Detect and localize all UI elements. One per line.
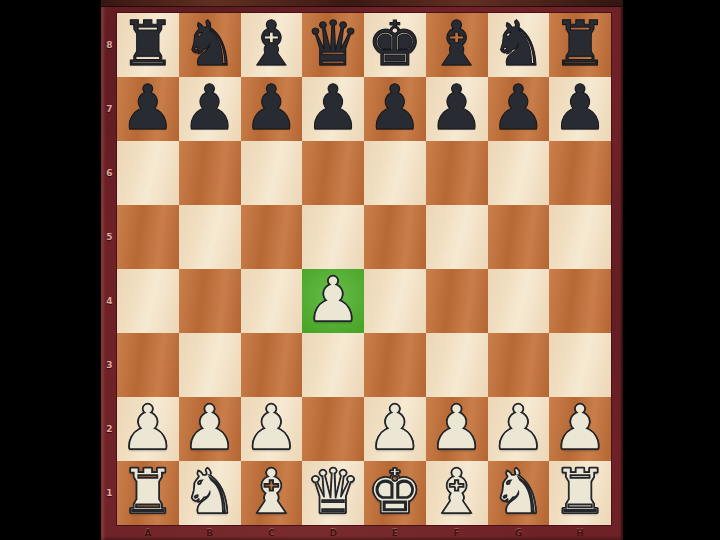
square-b8[interactable]: ♞: [179, 13, 241, 77]
square-c8[interactable]: ♝: [241, 13, 303, 77]
square-a6[interactable]: [117, 141, 179, 205]
square-g8[interactable]: ♞: [488, 13, 550, 77]
piece-white-knight-b1[interactable]: ♞: [182, 460, 238, 524]
square-d4[interactable]: ♟: [302, 269, 364, 333]
file-label-c: C: [241, 526, 303, 540]
piece-white-pawn-g2[interactable]: ♟: [491, 396, 547, 460]
screen-background: ♜♞♝♛♚♝♞♜♟♟♟♟♟♟♟♟♟♟♟♟♟♟♟♟♜♞♝♛♚♝♞♜ 8765432…: [0, 0, 720, 540]
square-b6[interactable]: [179, 141, 241, 205]
square-e6[interactable]: [364, 141, 426, 205]
square-c7[interactable]: ♟: [241, 77, 303, 141]
square-h5[interactable]: [549, 205, 611, 269]
square-a8[interactable]: ♜: [117, 13, 179, 77]
square-a5[interactable]: [117, 205, 179, 269]
rank-label-3: 3: [103, 333, 116, 397]
square-g1[interactable]: ♞: [488, 461, 550, 525]
square-b1[interactable]: ♞: [179, 461, 241, 525]
square-e7[interactable]: ♟: [364, 77, 426, 141]
file-labels: ABCDEFGH: [117, 526, 611, 540]
square-h8[interactable]: ♜: [549, 13, 611, 77]
square-h1[interactable]: ♜: [549, 461, 611, 525]
square-f3[interactable]: [426, 333, 488, 397]
piece-black-pawn-e7[interactable]: ♟: [367, 76, 423, 140]
square-g6[interactable]: [488, 141, 550, 205]
rank-label-8: 8: [103, 13, 116, 77]
square-e3[interactable]: [364, 333, 426, 397]
chess-board: ♜♞♝♛♚♝♞♜♟♟♟♟♟♟♟♟♟♟♟♟♟♟♟♟♜♞♝♛♚♝♞♜: [117, 13, 611, 525]
chess-board-frame: ♜♞♝♛♚♝♞♜♟♟♟♟♟♟♟♟♟♟♟♟♟♟♟♟♜♞♝♛♚♝♞♜ 8765432…: [101, 0, 623, 540]
piece-white-bishop-c1[interactable]: ♝: [244, 460, 300, 524]
square-c6[interactable]: [241, 141, 303, 205]
square-g4[interactable]: [488, 269, 550, 333]
piece-white-pawn-h2[interactable]: ♟: [552, 396, 608, 460]
piece-white-king-e1[interactable]: ♚: [367, 460, 423, 524]
piece-black-pawn-a7[interactable]: ♟: [120, 76, 176, 140]
rank-label-2: 2: [103, 397, 116, 461]
square-c3[interactable]: [241, 333, 303, 397]
square-b2[interactable]: ♟: [179, 397, 241, 461]
file-label-b: B: [179, 526, 241, 540]
piece-white-pawn-a2[interactable]: ♟: [120, 396, 176, 460]
square-a3[interactable]: [117, 333, 179, 397]
square-h3[interactable]: [549, 333, 611, 397]
square-d2[interactable]: [302, 397, 364, 461]
piece-black-bishop-c8[interactable]: ♝: [244, 12, 300, 76]
square-d7[interactable]: ♟: [302, 77, 364, 141]
square-d8[interactable]: ♛: [302, 13, 364, 77]
file-label-h: H: [549, 526, 611, 540]
rank-label-1: 1: [103, 461, 116, 525]
piece-white-rook-a1[interactable]: ♜: [120, 460, 176, 524]
rank-label-5: 5: [103, 205, 116, 269]
piece-white-pawn-b2[interactable]: ♟: [182, 396, 238, 460]
piece-black-rook-h8[interactable]: ♜: [552, 12, 608, 76]
square-c1[interactable]: ♝: [241, 461, 303, 525]
square-d1[interactable]: ♛: [302, 461, 364, 525]
file-label-a: A: [117, 526, 179, 540]
square-b5[interactable]: [179, 205, 241, 269]
piece-black-pawn-b7[interactable]: ♟: [182, 76, 238, 140]
square-e8[interactable]: ♚: [364, 13, 426, 77]
square-g5[interactable]: [488, 205, 550, 269]
square-e1[interactable]: ♚: [364, 461, 426, 525]
square-d3[interactable]: [302, 333, 364, 397]
square-d6[interactable]: [302, 141, 364, 205]
square-b3[interactable]: [179, 333, 241, 397]
piece-black-pawn-c7[interactable]: ♟: [244, 76, 300, 140]
square-f1[interactable]: ♝: [426, 461, 488, 525]
square-h2[interactable]: ♟: [549, 397, 611, 461]
square-c2[interactable]: ♟: [241, 397, 303, 461]
rank-label-4: 4: [103, 269, 116, 333]
piece-black-pawn-f7[interactable]: ♟: [429, 76, 485, 140]
piece-black-king-e8[interactable]: ♚: [367, 12, 423, 76]
piece-black-rook-a8[interactable]: ♜: [120, 12, 176, 76]
piece-black-bishop-f8[interactable]: ♝: [429, 12, 485, 76]
file-label-e: E: [364, 526, 426, 540]
piece-black-queen-d8[interactable]: ♛: [305, 12, 361, 76]
square-a1[interactable]: ♜: [117, 461, 179, 525]
square-f6[interactable]: [426, 141, 488, 205]
file-label-g: G: [488, 526, 550, 540]
piece-white-pawn-e2[interactable]: ♟: [367, 396, 423, 460]
square-g2[interactable]: ♟: [488, 397, 550, 461]
piece-white-pawn-f2[interactable]: ♟: [429, 396, 485, 460]
square-f4[interactable]: [426, 269, 488, 333]
square-a2[interactable]: ♟: [117, 397, 179, 461]
square-b4[interactable]: [179, 269, 241, 333]
square-d5[interactable]: [302, 205, 364, 269]
piece-white-bishop-f1[interactable]: ♝: [429, 460, 485, 524]
square-f7[interactable]: ♟: [426, 77, 488, 141]
square-g3[interactable]: [488, 333, 550, 397]
square-f8[interactable]: ♝: [426, 13, 488, 77]
file-label-f: F: [426, 526, 488, 540]
square-b7[interactable]: ♟: [179, 77, 241, 141]
square-a7[interactable]: ♟: [117, 77, 179, 141]
frame-top-strip: [101, 0, 623, 7]
piece-white-rook-h1[interactable]: ♜: [552, 460, 608, 524]
rank-label-6: 6: [103, 141, 116, 205]
piece-white-knight-g1[interactable]: ♞: [491, 460, 547, 524]
rank-labels: 87654321: [103, 13, 116, 525]
square-e4[interactable]: [364, 269, 426, 333]
square-h4[interactable]: [549, 269, 611, 333]
piece-white-queen-d1[interactable]: ♛: [305, 460, 361, 524]
piece-black-knight-g8[interactable]: ♞: [491, 12, 547, 76]
piece-black-pawn-g7[interactable]: ♟: [491, 76, 547, 140]
square-g7[interactable]: ♟: [488, 77, 550, 141]
square-f5[interactable]: [426, 205, 488, 269]
square-e5[interactable]: [364, 205, 426, 269]
square-e2[interactable]: ♟: [364, 397, 426, 461]
square-c5[interactable]: [241, 205, 303, 269]
square-h7[interactable]: ♟: [549, 77, 611, 141]
square-h6[interactable]: [549, 141, 611, 205]
piece-white-pawn-d4[interactable]: ♟: [305, 268, 361, 332]
file-label-d: D: [302, 526, 364, 540]
piece-black-knight-b8[interactable]: ♞: [182, 12, 238, 76]
square-a4[interactable]: [117, 269, 179, 333]
piece-black-pawn-d7[interactable]: ♟: [305, 76, 361, 140]
rank-label-7: 7: [103, 77, 116, 141]
square-c4[interactable]: [241, 269, 303, 333]
piece-white-pawn-c2[interactable]: ♟: [244, 396, 300, 460]
square-f2[interactable]: ♟: [426, 397, 488, 461]
piece-black-pawn-h7[interactable]: ♟: [552, 76, 608, 140]
